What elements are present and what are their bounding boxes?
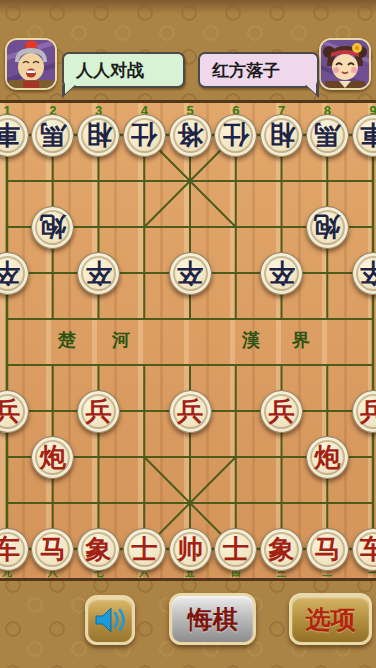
- sound-button[interactable]: [85, 595, 135, 645]
- xiangqi-board[interactable]: 123456789九八七六五四三二一楚河漢界車馬相仕将仕相馬車炮炮卒卒卒卒卒兵兵…: [0, 100, 376, 581]
- piece-black[interactable]: 仕: [214, 114, 257, 157]
- river-text: 漢: [242, 328, 260, 352]
- black-general-avatar-icon: [7, 40, 55, 88]
- piece-black[interactable]: 馬: [31, 114, 74, 157]
- red-girl-avatar-icon: [321, 40, 369, 88]
- mode-bubble-label: 人人对战: [76, 59, 144, 82]
- river-text: 楚: [58, 328, 76, 352]
- piece-red[interactable]: 兵: [77, 390, 120, 433]
- speaker-icon: [93, 603, 127, 637]
- xiangqi-app: { "game": "Chinese Chess (Xiangqi)", "po…: [0, 0, 376, 668]
- options-label: 选项: [306, 603, 356, 636]
- top-shade-band: [0, 0, 376, 14]
- piece-red[interactable]: 象: [77, 528, 120, 571]
- piece-black[interactable]: 相: [77, 114, 120, 157]
- river-text: 河: [112, 328, 130, 352]
- undo-move-button[interactable]: 悔棋: [169, 593, 256, 645]
- piece-black[interactable]: 相: [260, 114, 303, 157]
- mode-bubble: 人人对战: [62, 52, 185, 88]
- piece-black[interactable]: 炮: [31, 206, 74, 249]
- undo-move-label: 悔棋: [188, 603, 238, 636]
- piece-red[interactable]: 兵: [260, 390, 303, 433]
- options-button[interactable]: 选项: [289, 593, 372, 645]
- piece-black[interactable]: 卒: [260, 252, 303, 295]
- piece-red[interactable]: 马: [31, 528, 74, 571]
- river-text: 界: [292, 328, 310, 352]
- turn-bubble-label: 红方落子: [212, 59, 280, 82]
- piece-red[interactable]: 士: [123, 528, 166, 571]
- piece-red[interactable]: 士: [214, 528, 257, 571]
- piece-red[interactable]: 帅: [169, 528, 212, 571]
- piece-black[interactable]: 炮: [306, 206, 349, 249]
- piece-black[interactable]: 馬: [306, 114, 349, 157]
- piece-black[interactable]: 卒: [169, 252, 212, 295]
- piece-black[interactable]: 卒: [77, 252, 120, 295]
- piece-black[interactable]: 将: [169, 114, 212, 157]
- turn-bubble: 红方落子: [198, 52, 319, 88]
- mode-bubble-tail: [62, 85, 76, 98]
- piece-red[interactable]: 炮: [306, 436, 349, 479]
- piece-black[interactable]: 仕: [123, 114, 166, 157]
- piece-red[interactable]: 兵: [169, 390, 212, 433]
- piece-red[interactable]: 马: [306, 528, 349, 571]
- piece-red[interactable]: 象: [260, 528, 303, 571]
- piece-red[interactable]: 炮: [31, 436, 74, 479]
- black-player-avatar: [5, 38, 57, 90]
- red-player-avatar: [319, 38, 371, 90]
- turn-bubble-tail: [305, 85, 319, 98]
